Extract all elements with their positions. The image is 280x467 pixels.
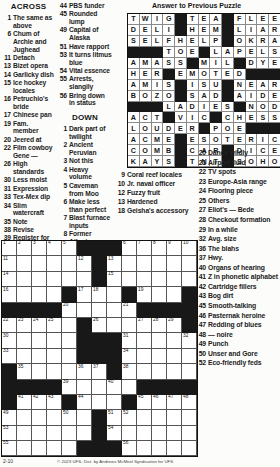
clue-across-38: 38Revise xyxy=(2,226,55,234)
grid-cell[interactable]: 51 xyxy=(107,410,122,425)
grid-cell[interactable] xyxy=(182,256,197,271)
grid-black-cell xyxy=(107,333,122,348)
cell-number: 35 xyxy=(18,365,23,370)
grid-cell[interactable]: 49 xyxy=(2,410,17,425)
cell-number: 24 xyxy=(33,318,38,323)
grid-cell[interactable] xyxy=(167,441,182,456)
answer-black-cell xyxy=(140,47,152,58)
grid-cell[interactable]: 29 xyxy=(167,318,182,333)
grid-cell[interactable] xyxy=(32,256,47,271)
clue-number: 51 xyxy=(58,43,67,51)
grid-cell[interactable] xyxy=(137,272,152,287)
grid-cell[interactable]: 38 xyxy=(122,364,137,379)
down-clues-list-3: 20Dance wildly21Airport fluid22TV spots2… xyxy=(197,149,279,367)
clue-number: 34 xyxy=(2,202,11,210)
grid-cell[interactable]: 25 xyxy=(47,318,62,333)
grid-cell[interactable] xyxy=(32,364,47,379)
grid-cell[interactable]: 23 xyxy=(17,318,32,333)
grid-black-cell xyxy=(152,380,167,395)
clue-text: Bog dirt xyxy=(208,292,233,299)
clue-text: Coral reef locales xyxy=(127,171,182,178)
clue-text: Chinese pan xyxy=(13,111,52,118)
clue-text: Ancient Peruvian xyxy=(69,141,96,156)
grid-cell[interactable] xyxy=(62,441,77,456)
cell-number: 23 xyxy=(18,318,23,323)
grid-cell[interactable]: 19 xyxy=(137,287,152,302)
clue-text: Eco-friendly feds xyxy=(208,359,261,366)
answer-black-cell xyxy=(175,91,187,102)
answer-cell: A xyxy=(128,134,140,145)
clue-down-52: 52Eco-friendly feds xyxy=(197,359,279,367)
clue-down-7: 7Blast furnace inputs xyxy=(58,214,112,230)
cell-number: 15 xyxy=(108,272,113,277)
answer-cell: U xyxy=(210,80,222,91)
clue-number: 43 xyxy=(197,292,206,300)
clue-down-42: 42Cartridge fillers xyxy=(197,283,279,291)
answer-cell: M xyxy=(210,25,222,36)
grid-cell[interactable] xyxy=(47,256,62,271)
cell-number: 56 xyxy=(123,441,128,446)
answer-black-cell xyxy=(257,69,269,80)
grid-cell[interactable] xyxy=(62,318,77,333)
grid-cell[interactable]: 48 xyxy=(182,395,197,410)
answer-cell: D xyxy=(257,91,269,102)
cell-number: 41 xyxy=(18,395,23,400)
answer-cell: O xyxy=(222,123,234,134)
answer-black-cell xyxy=(199,123,211,134)
clue-text: The blahs xyxy=(208,245,239,252)
answer-cell: S xyxy=(163,156,175,167)
grid-black-cell xyxy=(92,349,107,364)
grid-cell[interactable] xyxy=(137,349,152,364)
grid-cell[interactable]: 17 xyxy=(77,287,92,302)
grid-cell[interactable] xyxy=(182,426,197,441)
grid-cell[interactable] xyxy=(152,256,167,271)
grid-cell[interactable]: 31 xyxy=(122,333,137,348)
cell-number: 27 xyxy=(138,318,143,323)
grid-cell[interactable] xyxy=(47,349,62,364)
answer-cell: E xyxy=(187,134,199,145)
answer-black-cell xyxy=(257,123,269,134)
answer-cell: O xyxy=(140,145,152,156)
answer-black-cell xyxy=(222,14,234,25)
answer-cell: D xyxy=(210,91,222,102)
grid-cell[interactable] xyxy=(17,272,32,287)
grid-cell[interactable]: 53 xyxy=(2,426,17,441)
grid-cell[interactable] xyxy=(47,410,62,425)
grid-cell[interactable]: 33 xyxy=(2,349,17,364)
grid-cell[interactable]: 6 xyxy=(122,241,137,256)
grid-cell[interactable]: 35 xyxy=(17,364,32,379)
answer-cell: A xyxy=(128,112,140,123)
answer-cell: M xyxy=(152,145,164,156)
grid-cell[interactable] xyxy=(167,272,182,287)
clue-text: Punch xyxy=(208,340,228,347)
grid-cell[interactable]: 42 xyxy=(32,395,47,410)
answer-cell: P xyxy=(210,36,222,47)
cell-number: 3 xyxy=(33,241,36,246)
clue-across-19: 19Fam. member xyxy=(2,120,55,136)
cell-number: 46 xyxy=(153,395,158,400)
cell-number: 40 xyxy=(108,380,113,385)
grid-black-cell xyxy=(2,380,17,395)
grid-cell[interactable] xyxy=(182,272,197,287)
clue-text: Pasternak heroine xyxy=(208,312,265,319)
answer-cell: O xyxy=(163,91,175,102)
grid-cell[interactable]: 11 xyxy=(2,256,17,271)
clue-text: Ice hockey locales xyxy=(13,79,46,94)
grid-cell[interactable] xyxy=(152,364,167,379)
answer-cell: E xyxy=(140,25,152,36)
grid-black-cell xyxy=(167,303,182,318)
grid-cell[interactable]: 15 xyxy=(107,272,122,287)
grid-cell[interactable] xyxy=(77,272,92,287)
grid-cell[interactable]: 13 xyxy=(107,256,122,271)
grid-cell[interactable] xyxy=(167,256,182,271)
grid-cell[interactable] xyxy=(152,441,167,456)
cell-number: 49 xyxy=(3,411,8,416)
grid-cell[interactable] xyxy=(17,349,32,364)
clue-text: Jr. naval officer xyxy=(127,180,175,187)
grid-cell[interactable] xyxy=(107,303,122,318)
grid-cell[interactable]: 30 xyxy=(2,333,17,348)
grid-cell[interactable]: 50 xyxy=(62,410,77,425)
answer-cell: M xyxy=(140,58,152,69)
grid-cell[interactable] xyxy=(17,333,32,348)
grid-cell[interactable] xyxy=(47,333,62,348)
clue-number: 8 xyxy=(58,230,67,238)
grid-black-cell xyxy=(182,380,197,395)
grid-cell[interactable] xyxy=(167,349,182,364)
grid-cell[interactable] xyxy=(122,426,137,441)
answer-black-cell xyxy=(269,123,280,134)
grid-cell[interactable]: 28 xyxy=(152,318,167,333)
clue-number: 9 xyxy=(116,171,125,179)
answer-cell: E xyxy=(175,123,187,134)
grid-cell[interactable] xyxy=(137,410,152,425)
answer-cell: F xyxy=(234,14,246,25)
grid-cell[interactable] xyxy=(62,426,77,441)
clue-number: 44 xyxy=(58,2,67,10)
grid-cell[interactable] xyxy=(122,318,137,333)
grid-cell[interactable]: 27 xyxy=(137,318,152,333)
grid-cell[interactable]: 26 xyxy=(92,318,107,333)
grid-cell[interactable]: 18 xyxy=(92,287,107,302)
answer-cell: D xyxy=(269,102,280,113)
clue-text: — noire xyxy=(208,331,233,338)
answer-cell: K xyxy=(128,156,140,167)
grid-black-cell xyxy=(2,303,17,318)
clue-number: 38 xyxy=(2,226,11,234)
answer-cell: D xyxy=(163,123,175,134)
grid-cell[interactable] xyxy=(152,410,167,425)
answer-cell: D xyxy=(246,58,258,69)
cell-number: 21 xyxy=(123,303,128,308)
grid-black-cell xyxy=(77,333,92,348)
grid-cell[interactable] xyxy=(17,426,32,441)
grid-cell[interactable] xyxy=(92,303,107,318)
grid-cell[interactable] xyxy=(167,426,182,441)
answer-cell: O xyxy=(140,123,152,134)
grid-cell[interactable] xyxy=(107,287,122,302)
cell-number: 9 xyxy=(168,241,171,246)
grid-cell[interactable] xyxy=(107,395,122,410)
answer-cell: V xyxy=(175,112,187,123)
grid-cell[interactable] xyxy=(47,426,62,441)
grid-cell[interactable] xyxy=(17,287,32,302)
clue-across-6: 6Chum of Archie and Jughead xyxy=(2,30,55,53)
grid-cell[interactable] xyxy=(62,256,77,271)
grid-cell[interactable]: 52 xyxy=(122,410,137,425)
grid-cell[interactable]: 56 xyxy=(122,441,137,456)
grid-cell[interactable]: 39 xyxy=(62,380,77,395)
grid-black-cell xyxy=(62,287,77,302)
grid-cell[interactable] xyxy=(17,256,32,271)
grid-cell[interactable] xyxy=(47,441,62,456)
grid-cell[interactable]: 24 xyxy=(32,318,47,333)
answer-cell: O xyxy=(257,102,269,113)
grid-cell[interactable]: 10 xyxy=(182,241,197,256)
grid-cell[interactable] xyxy=(182,349,197,364)
grid-cell[interactable]: 14 xyxy=(2,272,17,287)
grid-cell[interactable] xyxy=(32,426,47,441)
grid-black-cell xyxy=(47,380,62,395)
grid-cell[interactable] xyxy=(62,349,77,364)
grid-cell[interactable]: 32 xyxy=(182,333,197,348)
grid-cell[interactable]: 21 xyxy=(122,303,137,318)
clue-text: Europe-Asia range xyxy=(208,178,267,185)
grid-cell[interactable]: 4 xyxy=(47,241,62,256)
answer-cell: O xyxy=(199,69,211,80)
grid-cell[interactable] xyxy=(107,318,122,333)
answer-cell: A xyxy=(210,14,222,25)
grid-cell[interactable] xyxy=(62,364,77,379)
grid-cell[interactable] xyxy=(62,272,77,287)
grid-cell[interactable] xyxy=(182,441,197,456)
answer-cell: R xyxy=(152,69,164,80)
clue-text: Heavy volume xyxy=(69,166,92,181)
grid-cell[interactable]: 20 xyxy=(62,303,77,318)
cell-number: 33 xyxy=(3,349,8,354)
answer-black-cell xyxy=(222,91,234,102)
answer-cell: E xyxy=(199,25,211,36)
grid-cell[interactable] xyxy=(137,441,152,456)
grid-cell[interactable]: 55 xyxy=(2,441,17,456)
clue-text: Slim watercraft xyxy=(13,202,44,217)
answer-black-cell xyxy=(210,112,222,123)
grid-cell[interactable]: 8 xyxy=(152,241,167,256)
cell-number: 52 xyxy=(123,411,128,416)
clue-number: 10 xyxy=(116,180,125,188)
answer-cell: T xyxy=(222,134,234,145)
grid-cell[interactable] xyxy=(77,410,92,425)
grid-cell[interactable] xyxy=(47,272,62,287)
grid-cell[interactable] xyxy=(152,333,167,348)
cell-number: 45 xyxy=(138,395,143,400)
answer-cell: M xyxy=(140,80,152,91)
answer-cell: O xyxy=(210,134,222,145)
clue-down-23: 23Europe-Asia range xyxy=(197,178,279,186)
clue-number: 36 xyxy=(197,245,206,253)
grid-cell[interactable]: 37 xyxy=(92,364,107,379)
grid-cell[interactable]: 9 xyxy=(167,241,182,256)
grid-cell[interactable] xyxy=(122,380,137,395)
grid-cell[interactable] xyxy=(167,364,182,379)
grid-cell[interactable] xyxy=(77,303,92,318)
answer-cell: I xyxy=(199,102,211,113)
answer-cell: A xyxy=(269,36,280,47)
clue-text: Have rapport xyxy=(69,43,109,50)
grid-cell[interactable] xyxy=(92,395,107,410)
grid-cell[interactable]: 2 xyxy=(17,241,32,256)
answer-cell: D xyxy=(234,69,246,80)
answer-cell: A xyxy=(128,80,140,91)
grid-cell[interactable] xyxy=(32,349,47,364)
grid-cell[interactable] xyxy=(47,364,62,379)
grid-cell[interactable] xyxy=(77,426,92,441)
grid-cell[interactable] xyxy=(182,364,197,379)
grid-cell[interactable] xyxy=(77,380,92,395)
grid-black-cell xyxy=(77,241,92,256)
grid-cell[interactable] xyxy=(92,380,107,395)
grid-cell[interactable]: 5 xyxy=(62,241,77,256)
clue-down-1: 1Dark part of twilight xyxy=(58,125,112,141)
grid-cell[interactable] xyxy=(152,272,167,287)
clue-number: 16 xyxy=(2,95,11,103)
answer-cell: M xyxy=(199,58,211,69)
answer-cell: C xyxy=(140,134,152,145)
grid-cell[interactable]: 41 xyxy=(17,395,32,410)
clue-across-11: 11Detach xyxy=(2,54,55,62)
clue-number: 18 xyxy=(116,207,125,215)
answer-cell: L xyxy=(234,25,246,36)
clue-down-29: 29In a while xyxy=(197,226,279,234)
answer-cell: I xyxy=(210,58,222,69)
grid-cell[interactable] xyxy=(152,349,167,364)
answer-black-cell xyxy=(152,102,164,113)
cell-number: 17 xyxy=(78,288,83,293)
answer-cell: E xyxy=(246,47,258,58)
answer-cell: K xyxy=(246,36,258,47)
grid-cell[interactable] xyxy=(182,410,197,425)
grid-cell[interactable] xyxy=(167,333,182,348)
answer-cell: N xyxy=(234,80,246,91)
grid-cell[interactable]: 40 xyxy=(107,380,122,395)
grid-cell[interactable] xyxy=(137,333,152,348)
grid-cell[interactable]: 34 xyxy=(122,349,137,364)
grid-black-cell xyxy=(152,303,167,318)
answer-cell: E xyxy=(175,69,187,80)
grid-cell[interactable]: 54 xyxy=(107,426,122,441)
cell-number: 14 xyxy=(3,272,8,277)
grid-black-cell xyxy=(92,256,107,271)
clue-text: Vital essence xyxy=(69,67,110,74)
grid-cell[interactable]: 46 xyxy=(152,395,167,410)
down-header: DOWN xyxy=(58,113,112,122)
grid-cell[interactable]: 1 xyxy=(2,241,17,256)
grid-cell[interactable] xyxy=(32,333,47,348)
clue-number: 45 xyxy=(58,10,67,18)
grid-black-cell xyxy=(77,318,92,333)
grid-cell[interactable] xyxy=(137,426,152,441)
cell-number: 18 xyxy=(93,288,98,293)
grid-cell[interactable] xyxy=(32,441,47,456)
grid-cell[interactable] xyxy=(32,272,47,287)
clue-column-across: ACROSS 1The same as above6Chum of Archie… xyxy=(2,2,55,251)
grid-cell[interactable]: 16 xyxy=(2,287,17,302)
clue-down-46: 46Pasternak heroine xyxy=(197,312,279,320)
grid-cell[interactable] xyxy=(17,410,32,425)
clue-across-44: 44PBS funder xyxy=(58,2,112,10)
grid-black-cell xyxy=(107,364,122,379)
clue-text: Bizet opera xyxy=(13,62,48,69)
answer-cell: E xyxy=(140,36,152,47)
grid-cell[interactable]: 47 xyxy=(167,395,182,410)
grid-cell[interactable] xyxy=(137,364,152,379)
main-grid[interactable]: 1234567891011121314151617181920212223242… xyxy=(1,240,198,457)
answer-cell: R xyxy=(269,25,280,36)
answer-cell: U xyxy=(152,123,164,134)
grid-black-cell xyxy=(2,395,17,410)
grid-cell[interactable]: 36 xyxy=(77,364,92,379)
puzzle-date: 2-10 xyxy=(3,458,13,464)
grid-cell[interactable]: 43 xyxy=(47,395,62,410)
answer-black-cell xyxy=(234,102,246,113)
cell-number: 1 xyxy=(3,241,6,246)
cell-number: 44 xyxy=(78,395,83,400)
grid-cell[interactable] xyxy=(47,287,62,302)
grid-cell[interactable] xyxy=(167,287,182,302)
clue-across-17: 17Chinese pan xyxy=(2,111,55,119)
cell-number: 12 xyxy=(78,257,83,262)
grid-cell[interactable]: 44 xyxy=(77,395,92,410)
answer-black-cell xyxy=(246,123,258,134)
grid-cell[interactable] xyxy=(122,256,137,271)
answer-cell: S xyxy=(163,58,175,69)
grid-cell[interactable]: 12 xyxy=(77,256,92,271)
grid-cell[interactable] xyxy=(167,410,182,425)
grid-cell[interactable] xyxy=(32,287,47,302)
grid-cell[interactable]: 45 xyxy=(137,395,152,410)
grid-cell[interactable] xyxy=(137,256,152,271)
answer-black-cell xyxy=(163,69,175,80)
clue-number: 22 xyxy=(197,168,206,176)
grid-cell[interactable]: 7 xyxy=(137,241,152,256)
grid-black-cell xyxy=(92,441,107,456)
answer-cell: L xyxy=(246,14,258,25)
answer-cell: L xyxy=(199,36,211,47)
grid-cell[interactable] xyxy=(122,272,137,287)
clue-number: 37 xyxy=(197,254,206,262)
answer-cell: E xyxy=(210,102,222,113)
answer-cell: E xyxy=(222,69,234,80)
answer-cell: B xyxy=(163,145,175,156)
clue-text: TV spots xyxy=(208,168,236,175)
clue-number: 32 xyxy=(197,235,206,243)
grid-cell[interactable] xyxy=(152,426,167,441)
clue-down-4: 4Heavy volume xyxy=(58,166,112,182)
cell-number: 54 xyxy=(108,426,113,431)
grid-cell[interactable] xyxy=(62,333,77,348)
answer-cell: F xyxy=(163,36,175,47)
grid-cell[interactable]: 3 xyxy=(32,241,47,256)
grid-cell[interactable]: 22 xyxy=(2,318,17,333)
grid-cell[interactable] xyxy=(152,287,167,302)
grid-cell[interactable] xyxy=(32,410,47,425)
grid-cell[interactable] xyxy=(17,441,32,456)
cell-number: 31 xyxy=(123,334,128,339)
down-clues-list-2: 9Coral reef locales10Jr. naval officer12… xyxy=(116,171,195,214)
